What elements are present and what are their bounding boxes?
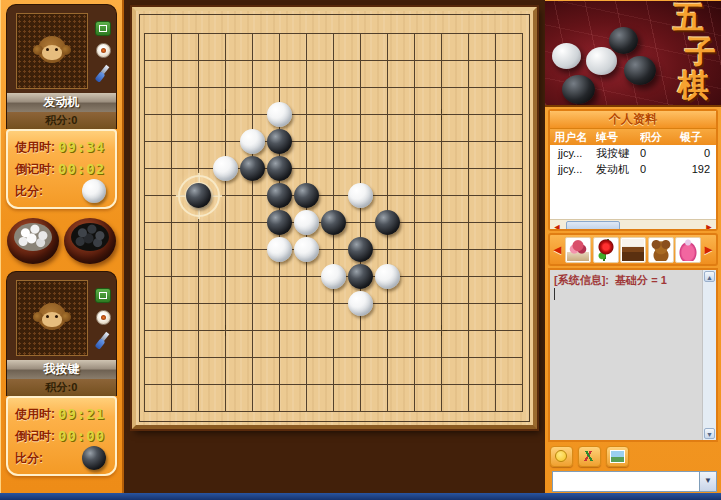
player-top-score-stone	[82, 179, 106, 203]
stone	[240, 156, 265, 181]
used-time-row: 使用时: 09:34	[15, 136, 109, 158]
result-row: 比分:	[15, 180, 109, 202]
game-title: 五 子 棋	[673, 1, 716, 103]
chat-input-combo[interactable]: ▼	[552, 471, 717, 492]
stone	[375, 264, 400, 289]
rose-icon[interactable]	[593, 237, 619, 263]
gift-art	[595, 239, 617, 261]
stone	[186, 183, 211, 208]
table-cell: 0	[640, 161, 678, 177]
scroll-right-icon[interactable]: ►	[702, 220, 716, 231]
repair-icon[interactable]	[95, 65, 111, 82]
used-time-row: 使用时: 09:21	[15, 403, 109, 425]
black-stone	[266, 182, 293, 209]
player-top-tools	[93, 13, 113, 89]
stone	[294, 237, 319, 262]
black-stone-bowl	[64, 218, 116, 264]
player-bottom-avatar-box	[6, 271, 117, 360]
stone	[348, 264, 373, 289]
table-row[interactable]: jjcy...发动机0192	[550, 161, 716, 177]
black-stone	[347, 236, 374, 263]
player-top-score: 积分:0	[6, 112, 117, 129]
scroll-up-icon[interactable]: ▲	[704, 271, 715, 282]
ice-cream-icon[interactable]	[565, 237, 591, 263]
send-row: ▼ 发送	[548, 470, 718, 493]
table-cell: jjcy...	[550, 145, 596, 161]
info-panel-title: 个人资料	[550, 111, 716, 129]
white-stone	[239, 128, 266, 155]
system-message: [系统信息]: 基础分 = 1	[554, 273, 701, 288]
gift-art	[677, 239, 699, 261]
player-info-panel: 个人资料 用户名 绰号 积分 银子 jjcy...我按键00jjcy...发动机…	[548, 109, 718, 231]
stone	[240, 129, 265, 154]
white-stone	[347, 290, 374, 317]
star-point-marker	[436, 109, 447, 120]
white-stone	[320, 263, 347, 290]
stone	[321, 210, 346, 235]
stone-bowls	[6, 218, 117, 264]
stone	[294, 210, 319, 235]
title-white-stone	[586, 47, 617, 75]
player-top-avatar	[16, 13, 88, 89]
black-stone	[239, 155, 266, 182]
stone	[267, 210, 292, 235]
column-score: 积分	[640, 129, 678, 145]
title-black-stone	[624, 56, 656, 85]
table-cell: 发动机	[596, 161, 640, 177]
gift-art	[650, 239, 672, 261]
column-nickname: 绰号	[596, 129, 640, 145]
used-time-label: 使用时:	[15, 406, 55, 423]
title-char: 棋	[678, 69, 716, 103]
star-point	[428, 101, 455, 128]
white-stone	[293, 209, 320, 236]
title-white-stone	[552, 43, 581, 69]
result-label: 比分:	[15, 183, 43, 200]
scroll-thumb[interactable]	[566, 221, 620, 231]
column-username: 用户名	[550, 129, 596, 145]
result-row: 比分:	[15, 447, 109, 469]
player-bottom-timer-panel: 使用时: 09:21 倒记时: 00:00 比分:	[6, 396, 117, 476]
star-point	[212, 101, 239, 128]
title-char: 五	[673, 1, 716, 35]
result-label: 比分:	[15, 450, 43, 467]
stone	[348, 183, 373, 208]
black-stone	[293, 182, 320, 209]
scroll-left-icon[interactable]: ◄	[550, 220, 564, 231]
chocolate-icon[interactable]	[620, 237, 646, 263]
white-stone	[293, 236, 320, 263]
board-area	[124, 0, 545, 493]
stone	[348, 237, 373, 262]
chat-toolbar	[548, 442, 718, 470]
stone	[267, 183, 292, 208]
capture-icon[interactable]	[95, 288, 111, 303]
monkey-avatar-icon	[33, 35, 71, 67]
info-hscrollbar[interactable]: ◄ ►	[550, 219, 716, 231]
gomoku-game-window: 发动机 积分:0 使用时: 09:34 倒记时: 00:02 比分:	[0, 0, 721, 500]
info-table-body: jjcy...我按键00jjcy...发动机0192	[550, 145, 716, 219]
black-stone	[266, 155, 293, 182]
text-caret	[554, 288, 555, 300]
emoticon-icon[interactable]	[550, 446, 573, 467]
used-time-value: 09:21	[58, 406, 105, 422]
star-point-marker	[220, 109, 231, 120]
stone	[294, 183, 319, 208]
font-icon[interactable]	[578, 446, 601, 467]
stone-grid[interactable]	[131, 20, 536, 425]
chat-message-area[interactable]: [系统信息]: 基础分 = 1 ▲ ▼	[548, 268, 718, 442]
table-cell: 0	[640, 145, 678, 161]
table-cell: jjcy...	[550, 161, 596, 177]
white-stone	[374, 263, 401, 290]
image-icon[interactable]	[606, 446, 629, 467]
star-point	[428, 317, 455, 344]
used-time-value: 09:34	[58, 139, 105, 155]
stone	[348, 291, 373, 316]
eye-icon[interactable]	[96, 310, 111, 325]
gift-next-icon[interactable]: ►	[702, 242, 715, 257]
player-panel-top: 发动机 积分:0 使用时: 09:34 倒记时: 00:02 比分:	[6, 4, 117, 209]
title-black-stone	[609, 27, 638, 54]
white-stone	[266, 236, 293, 263]
table-row[interactable]: jjcy...我按键00	[550, 145, 716, 161]
player-top-avatar-box	[6, 4, 117, 93]
stone	[267, 156, 292, 181]
bottom-window-edge	[0, 493, 721, 500]
player-bottom-name: 我按键	[6, 360, 117, 379]
stone	[321, 264, 346, 289]
stone	[267, 237, 292, 262]
player-panel-bottom: 我按键 积分:0 使用时: 09:21 倒记时: 00:00 比分:	[6, 271, 117, 476]
countdown-row: 倒记时: 00:00	[15, 425, 109, 447]
eye-icon[interactable]	[96, 43, 111, 58]
monkey-avatar-icon	[33, 302, 71, 334]
table-cell: 0	[678, 145, 716, 161]
player-top-timer-panel: 使用时: 09:34 倒记时: 00:02 比分:	[6, 129, 117, 209]
gift-art	[622, 239, 644, 261]
gomoku-board[interactable]	[132, 7, 537, 429]
player-bottom-tools	[93, 280, 113, 356]
countdown-label: 倒记时:	[15, 161, 55, 178]
gift-art	[567, 239, 589, 261]
player-bottom-score-stone	[82, 446, 106, 470]
player-bottom-avatar	[16, 280, 88, 356]
chat-input[interactable]	[553, 472, 699, 491]
white-stone	[266, 101, 293, 128]
perfume-icon[interactable]	[675, 237, 701, 263]
capture-icon[interactable]	[95, 21, 111, 36]
right-panel: 五 子 棋 个人资料 用户名 绰号 积分 银子 jjcy...我按键00jjcy…	[545, 0, 721, 493]
gift-prev-icon[interactable]: ◄	[551, 242, 564, 257]
black-stone	[266, 128, 293, 155]
left-sidebar: 发动机 积分:0 使用时: 09:34 倒记时: 00:02 比分:	[0, 0, 124, 493]
combo-dropdown-icon[interactable]: ▼	[699, 472, 716, 491]
gift-list	[564, 237, 702, 263]
gift-bar: ◄ ►	[548, 233, 718, 266]
black-stone	[266, 209, 293, 236]
white-stone-bowl	[7, 218, 59, 264]
black-stone	[185, 182, 212, 209]
star-point-marker	[220, 325, 231, 336]
player-top-name: 发动机	[6, 93, 117, 112]
player-bottom-score: 积分:0	[6, 379, 117, 396]
stone	[267, 102, 292, 127]
teddy-bear-icon[interactable]	[648, 237, 674, 263]
scroll-down-icon[interactable]: ▼	[704, 428, 715, 439]
table-cell: 我按键	[596, 145, 640, 161]
used-time-label: 使用时:	[15, 139, 55, 156]
title-char: 子	[685, 35, 716, 69]
title-black-stone	[562, 75, 595, 104]
white-stone	[347, 182, 374, 209]
black-stone	[320, 209, 347, 236]
stone	[213, 156, 238, 181]
black-stone	[347, 263, 374, 290]
countdown-row: 倒记时: 00:02	[15, 158, 109, 180]
info-table-header: 用户名 绰号 积分 银子	[550, 129, 716, 145]
game-title-art: 五 子 棋	[545, 1, 721, 107]
column-silver: 银子	[678, 129, 716, 145]
countdown-label: 倒记时:	[15, 428, 55, 445]
countdown-value: 00:02	[58, 161, 105, 177]
stone	[267, 129, 292, 154]
stone	[375, 210, 400, 235]
star-point	[212, 317, 239, 344]
black-stone	[374, 209, 401, 236]
chat-vscrollbar[interactable]: ▲ ▼	[702, 270, 716, 440]
table-cell: 192	[678, 161, 716, 177]
repair-icon[interactable]	[95, 332, 111, 349]
star-point-marker	[436, 325, 447, 336]
countdown-value: 00:00	[58, 428, 105, 444]
